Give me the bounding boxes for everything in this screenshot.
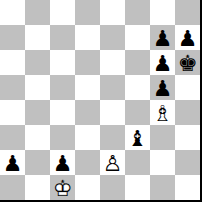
square-d8[interactable] — [75, 0, 100, 25]
black-pawn-glyph: ♟ — [150, 26, 175, 51]
square-e7[interactable] — [100, 25, 125, 50]
square-h4[interactable] — [175, 100, 200, 125]
square-d6[interactable] — [75, 50, 100, 75]
black-pawn-glyph: ♟ — [50, 151, 75, 176]
square-c6[interactable] — [50, 50, 75, 75]
square-a8[interactable] — [0, 0, 25, 25]
square-b7[interactable] — [25, 25, 50, 50]
black-pawn-glyph: ♟ — [150, 51, 175, 76]
square-f6[interactable] — [125, 50, 150, 75]
black-pawn[interactable]: ♟ — [150, 75, 175, 100]
square-d5[interactable] — [75, 75, 100, 100]
square-e4[interactable] — [100, 100, 125, 125]
white-king-glyph: ♔ — [50, 176, 75, 201]
square-b1[interactable] — [25, 175, 50, 200]
white-pawn[interactable]: ♟♙ — [100, 150, 125, 175]
square-e2[interactable]: ♟♙ — [100, 150, 125, 175]
black-pawn[interactable]: ♟ — [50, 150, 75, 175]
square-c3[interactable] — [50, 125, 75, 150]
white-pawn-glyph: ♙ — [100, 151, 125, 176]
square-a5[interactable] — [0, 75, 25, 100]
black-king[interactable]: ♚ — [175, 50, 200, 75]
black-pawn-glyph: ♟ — [150, 76, 175, 101]
square-g3[interactable] — [150, 125, 175, 150]
square-b8[interactable] — [25, 0, 50, 25]
square-d7[interactable] — [75, 25, 100, 50]
square-d2[interactable] — [75, 150, 100, 175]
square-e6[interactable] — [100, 50, 125, 75]
square-g7[interactable]: ♟ — [150, 25, 175, 50]
square-f3[interactable]: ♝ — [125, 125, 150, 150]
square-b3[interactable] — [25, 125, 50, 150]
black-bishop[interactable]: ♝ — [125, 125, 150, 150]
square-d4[interactable] — [75, 100, 100, 125]
square-a7[interactable] — [0, 25, 25, 50]
square-g8[interactable] — [150, 0, 175, 25]
square-h2[interactable] — [175, 150, 200, 175]
square-h1[interactable] — [175, 175, 200, 200]
square-b2[interactable] — [25, 150, 50, 175]
black-pawn[interactable]: ♟ — [150, 50, 175, 75]
white-bishop[interactable]: ♝♗ — [150, 100, 175, 125]
square-f5[interactable] — [125, 75, 150, 100]
square-g5[interactable]: ♟ — [150, 75, 175, 100]
square-a3[interactable] — [0, 125, 25, 150]
black-pawn-glyph: ♟ — [0, 151, 25, 176]
white-bishop-glyph: ♗ — [150, 101, 175, 126]
square-e1[interactable] — [100, 175, 125, 200]
square-c4[interactable] — [50, 100, 75, 125]
square-h7[interactable]: ♟ — [175, 25, 200, 50]
black-pawn[interactable]: ♟ — [150, 25, 175, 50]
square-c2[interactable]: ♟ — [50, 150, 75, 175]
white-king[interactable]: ♚♔ — [50, 175, 75, 200]
square-c1[interactable]: ♚♔ — [50, 175, 75, 200]
square-f7[interactable] — [125, 25, 150, 50]
square-f1[interactable] — [125, 175, 150, 200]
black-pawn[interactable]: ♟ — [0, 150, 25, 175]
square-h5[interactable] — [175, 75, 200, 100]
square-a4[interactable] — [0, 100, 25, 125]
square-a6[interactable] — [0, 50, 25, 75]
square-g2[interactable] — [150, 150, 175, 175]
square-b6[interactable] — [25, 50, 50, 75]
square-a1[interactable] — [0, 175, 25, 200]
chess-diagram: ♟♟♟♚♟♝♗♝♟♟♟♙♚♔ — [0, 0, 202, 202]
square-c8[interactable] — [50, 0, 75, 25]
square-h3[interactable] — [175, 125, 200, 150]
black-bishop-glyph: ♝ — [125, 126, 150, 151]
black-king-glyph: ♚ — [175, 51, 200, 76]
square-e5[interactable] — [100, 75, 125, 100]
square-h6[interactable]: ♚ — [175, 50, 200, 75]
square-c5[interactable] — [50, 75, 75, 100]
square-b4[interactable] — [25, 100, 50, 125]
square-f2[interactable] — [125, 150, 150, 175]
square-c7[interactable] — [50, 25, 75, 50]
square-g4[interactable]: ♝♗ — [150, 100, 175, 125]
square-e8[interactable] — [100, 0, 125, 25]
square-g1[interactable] — [150, 175, 175, 200]
square-f4[interactable] — [125, 100, 150, 125]
square-d3[interactable] — [75, 125, 100, 150]
square-b5[interactable] — [25, 75, 50, 100]
square-d1[interactable] — [75, 175, 100, 200]
square-f8[interactable] — [125, 0, 150, 25]
square-g6[interactable]: ♟ — [150, 50, 175, 75]
square-h8[interactable] — [175, 0, 200, 25]
chess-board: ♟♟♟♚♟♝♗♝♟♟♟♙♚♔ — [0, 0, 200, 200]
square-e3[interactable] — [100, 125, 125, 150]
black-pawn-glyph: ♟ — [175, 26, 200, 51]
square-a2[interactable]: ♟ — [0, 150, 25, 175]
black-pawn[interactable]: ♟ — [175, 25, 200, 50]
